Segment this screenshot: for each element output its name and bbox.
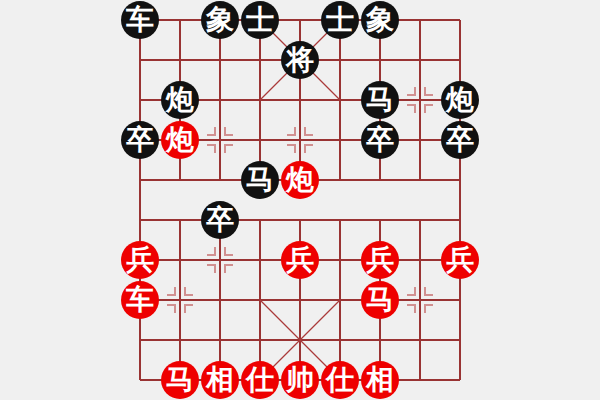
piece-red-general[interactable]: 帅 (281, 361, 319, 399)
piece-red-soldier[interactable]: 兵 (361, 241, 399, 279)
point-marker (207, 145, 215, 153)
xiangqi-board[interactable]: 车象士士象将炮马炮卒卒卒马卒炮炮兵兵兵兵车马马相仕帅仕相 (0, 0, 600, 400)
point-marker (185, 287, 193, 295)
point-marker (407, 105, 415, 113)
piece-red-cannon[interactable]: 炮 (161, 121, 199, 159)
point-marker (167, 287, 175, 295)
point-marker (407, 87, 415, 95)
piece-black-general[interactable]: 将 (281, 41, 319, 79)
piece-black-chariot[interactable]: 车 (121, 1, 159, 39)
point-marker (225, 145, 233, 153)
point-marker (207, 265, 215, 273)
point-marker (407, 287, 415, 295)
point-marker (305, 127, 313, 135)
piece-red-cannon[interactable]: 炮 (281, 161, 319, 199)
piece-red-soldier[interactable]: 兵 (121, 241, 159, 279)
point-marker (425, 305, 433, 313)
piece-black-soldier[interactable]: 卒 (121, 121, 159, 159)
piece-red-chariot[interactable]: 车 (121, 281, 159, 319)
piece-black-soldier[interactable]: 卒 (441, 121, 479, 159)
piece-black-elephant[interactable]: 象 (361, 1, 399, 39)
point-marker (207, 247, 215, 255)
point-marker (425, 87, 433, 95)
piece-black-cannon[interactable]: 炮 (441, 81, 479, 119)
point-marker (305, 145, 313, 153)
piece-black-elephant[interactable]: 象 (201, 1, 239, 39)
piece-red-advisor[interactable]: 仕 (241, 361, 279, 399)
point-marker (407, 305, 415, 313)
piece-black-horse[interactable]: 马 (361, 81, 399, 119)
piece-red-soldier[interactable]: 兵 (281, 241, 319, 279)
point-marker (185, 305, 193, 313)
piece-black-soldier[interactable]: 卒 (361, 121, 399, 159)
piece-black-horse[interactable]: 马 (241, 161, 279, 199)
piece-red-advisor[interactable]: 仕 (321, 361, 359, 399)
point-marker (287, 145, 295, 153)
piece-red-soldier[interactable]: 兵 (441, 241, 479, 279)
piece-black-advisor[interactable]: 士 (241, 1, 279, 39)
point-marker (225, 127, 233, 135)
piece-black-advisor[interactable]: 士 (321, 1, 359, 39)
piece-red-elephant[interactable]: 相 (361, 361, 399, 399)
point-marker (425, 287, 433, 295)
piece-red-horse[interactable]: 马 (361, 281, 399, 319)
point-marker (287, 127, 295, 135)
point-marker (225, 265, 233, 273)
piece-black-soldier[interactable]: 卒 (201, 201, 239, 239)
piece-black-cannon[interactable]: 炮 (161, 81, 199, 119)
point-marker (425, 105, 433, 113)
piece-red-elephant[interactable]: 相 (201, 361, 239, 399)
point-marker (225, 247, 233, 255)
point-marker (207, 127, 215, 135)
piece-red-horse[interactable]: 马 (161, 361, 199, 399)
point-marker (167, 305, 175, 313)
